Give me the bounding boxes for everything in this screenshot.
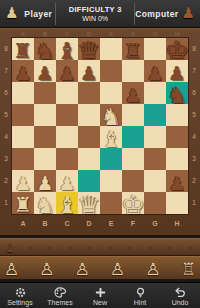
square-g5[interactable] [144,104,166,126]
square-h3[interactable] [166,148,188,170]
square-d4[interactable] [78,126,100,148]
square-d6[interactable] [78,82,100,104]
square-c3[interactable] [56,148,78,170]
square-g7[interactable]: ♟ [144,60,166,82]
themes-label: Themes [47,299,72,306]
square-d2[interactable] [78,170,100,192]
rank-label-5: 5 [188,104,200,126]
square-f7[interactable] [122,60,144,82]
square-a8[interactable]: ♜ [12,38,34,60]
rank-label-3: 3 [188,148,200,170]
win-rate-label: WIN 0% [56,15,134,22]
square-c5[interactable] [56,104,78,126]
white-knight[interactable]: ♞ [101,107,122,127]
rank-label-1: 1 [188,192,200,214]
white-knight[interactable]: ♞ [35,195,56,215]
black-pawn[interactable]: ♟ [168,173,185,193]
undo-button[interactable]: Undo [160,283,200,308]
undo-arrow-icon [174,287,186,298]
board-frame: ABCDEFGH 87654321 ♜♞♝♛♜♚♟♟♟♟♟♟♟♞♞♝♟♟♟♟♜♞… [0,28,200,236]
chess-app: ♟ Player DIFFICULTY 3 WIN 0% Computer ♟ … [0,0,200,308]
square-g3[interactable] [144,148,166,170]
white-king[interactable]: ♚ [121,195,145,215]
white-pawn[interactable]: ♟ [14,173,31,193]
captured-piece: ♙ [39,260,54,279]
square-g2[interactable] [144,170,166,192]
black-pawn[interactable]: ♟ [58,63,75,83]
square-g1[interactable] [144,192,166,214]
white-rook[interactable]: ♜ [14,195,33,215]
square-e6[interactable] [100,82,122,104]
undo-label: Undo [172,299,189,306]
square-d3[interactable] [78,148,100,170]
rank-label-1: 1 [0,192,12,214]
file-label-e: E [100,217,122,231]
black-pawn[interactable]: ♟ [36,63,53,83]
square-b4[interactable] [34,126,56,148]
white-bishop[interactable]: ♝ [57,195,78,215]
square-f3[interactable] [122,148,144,170]
square-b3[interactable] [34,148,56,170]
black-pawn[interactable]: ♟ [168,63,185,83]
square-h2[interactable]: ♟ [166,170,188,192]
square-d1[interactable]: ♛ [78,192,100,214]
file-label-f: F [122,30,144,38]
difficulty-block: DIFFICULTY 3 WIN 0% [56,5,134,22]
square-h5[interactable] [166,104,188,126]
file-label-h: H [166,217,188,231]
themes-button[interactable]: Themes [40,283,80,308]
square-c1[interactable]: ♝ [56,192,78,214]
square-g8[interactable] [144,38,166,60]
square-d8[interactable]: ♛ [78,38,100,60]
captured-piece: ♙ [145,260,160,279]
square-d7[interactable]: ♟ [78,60,100,82]
black-knight[interactable]: ♞ [35,41,56,61]
square-e4[interactable]: ♝ [100,126,122,148]
new-game-button[interactable]: New [80,283,120,308]
hint-label: Hint [134,299,146,306]
square-f4[interactable] [122,126,144,148]
square-e8[interactable] [100,38,122,60]
black-pawn[interactable]: ♟ [124,85,141,105]
rank-label-7: 7 [188,60,200,82]
rank-label-6: 6 [0,82,12,104]
computer-label: Computer [135,9,178,19]
settings-button[interactable]: Settings [0,283,40,308]
plus-icon [95,287,106,298]
square-c4[interactable] [56,126,78,148]
captured-piece: ♙ [75,260,90,279]
white-bishop[interactable]: ♝ [101,129,122,149]
rank-labels-left: 87654321 [0,38,12,214]
rank-label-4: 4 [188,126,200,148]
square-e2[interactable] [100,170,122,192]
palette-icon [54,287,66,298]
captured-piece: ♙ [110,260,125,279]
square-b8[interactable]: ♞ [34,38,56,60]
rank-label-4: 4 [0,126,12,148]
file-label-g: G [144,30,166,38]
square-f6[interactable]: ♟ [122,82,144,104]
player-pawn-icon: ♟ [5,6,18,21]
rank-label-7: 7 [0,60,12,82]
square-c8[interactable]: ♝ [56,38,78,60]
rank-labels-right: 87654321 [188,38,200,214]
bulb-icon [135,287,146,298]
rank-label-6: 6 [188,82,200,104]
file-label-b: B [34,30,56,38]
captured-by-player-shelf: ♝ [0,238,200,256]
square-c2[interactable]: ♟ [56,170,78,192]
rank-label-5: 5 [0,104,12,126]
square-a1[interactable]: ♜ [12,192,34,214]
square-a6[interactable] [12,82,34,104]
file-label-c: C [56,217,78,231]
square-c7[interactable]: ♟ [56,60,78,82]
square-a7[interactable]: ♟ [12,60,34,82]
file-label-a: A [12,30,34,38]
square-b1[interactable]: ♞ [34,192,56,214]
captured-piece: ♙ [4,260,19,279]
square-b6[interactable] [34,82,56,104]
square-h1[interactable] [166,192,188,214]
square-e7[interactable] [100,60,122,82]
square-a3[interactable] [12,148,34,170]
square-e5[interactable]: ♞ [100,104,122,126]
file-label-e: E [100,30,122,38]
square-a2[interactable]: ♟ [12,170,34,192]
gear-icon [15,287,26,298]
black-queen[interactable]: ♛ [77,41,100,61]
bottom-toolbar: Settings Themes New Hint Undo [0,282,200,308]
black-pawn[interactable]: ♟ [146,63,163,83]
black-king[interactable]: ♚ [165,41,189,61]
rank-label-2: 2 [0,170,12,192]
square-g6[interactable] [144,82,166,104]
white-pawn[interactable]: ♟ [58,173,75,193]
black-pawn[interactable]: ♟ [14,63,31,83]
square-h7[interactable]: ♟ [166,60,188,82]
square-b2[interactable]: ♟ [34,170,56,192]
file-label-a: A [12,217,34,231]
rank-label-8: 8 [0,38,12,60]
white-queen[interactable]: ♛ [77,195,100,215]
square-f8[interactable]: ♜ [122,38,144,60]
chess-board[interactable]: ♜♞♝♛♜♚♟♟♟♟♟♟♟♞♞♝♟♟♟♟♜♞♝♛♚ [12,38,188,214]
rank-label-8: 8 [188,38,200,60]
captured-shelves: ♝ ♙♙♙♙♙♖ [0,236,200,282]
file-label-g: G [144,217,166,231]
square-h4[interactable] [166,126,188,148]
new-label: New [93,299,107,306]
file-label-c: C [56,30,78,38]
square-c6[interactable] [56,82,78,104]
file-label-b: B [34,217,56,231]
settings-label: Settings [7,299,32,306]
square-h8[interactable]: ♚ [166,38,188,60]
rank-label-3: 3 [0,148,12,170]
square-f1[interactable]: ♚ [122,192,144,214]
square-e1[interactable] [100,192,122,214]
square-a5[interactable] [12,104,34,126]
difficulty-label: DIFFICULTY 3 [56,5,134,14]
top-status-bar: ♟ Player DIFFICULTY 3 WIN 0% Computer ♟ [0,0,200,28]
black-bishop[interactable]: ♝ [57,41,78,61]
black-knight[interactable]: ♞ [167,85,188,105]
captured-piece: ♝ [4,240,16,255]
black-pawn[interactable]: ♟ [80,63,97,83]
rank-label-2: 2 [188,170,200,192]
square-a4[interactable] [12,126,34,148]
square-b5[interactable] [34,104,56,126]
square-b7[interactable]: ♟ [34,60,56,82]
square-g4[interactable] [144,126,166,148]
square-f5[interactable] [122,104,144,126]
square-h6[interactable]: ♞ [166,82,188,104]
white-pawn[interactable]: ♟ [36,173,53,193]
black-rook[interactable]: ♜ [14,41,33,61]
player-label: Player [21,9,55,19]
square-d5[interactable] [78,104,100,126]
computer-pawn-icon: ♟ [182,6,195,21]
black-rook[interactable]: ♜ [124,41,143,61]
square-e3[interactable] [100,148,122,170]
captured-piece: ♖ [181,260,196,279]
hint-button[interactable]: Hint [120,283,160,308]
captured-by-computer-shelf: ♙♙♙♙♙♖ [0,256,200,280]
